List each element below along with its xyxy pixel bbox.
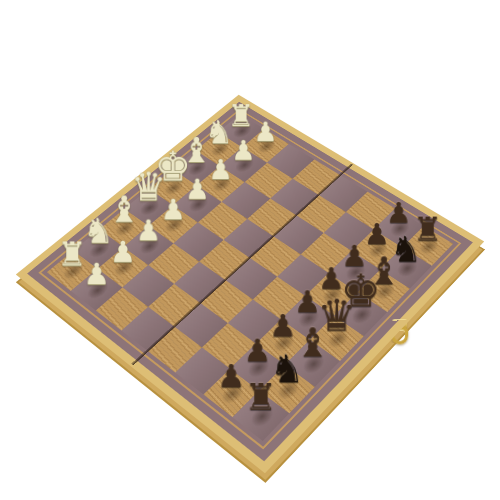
square-a8[interactable]: ♜ xyxy=(233,391,290,441)
black-rook: ♜ xyxy=(236,379,285,416)
square-a2[interactable]: ♟ xyxy=(71,269,123,311)
clasp-ring xyxy=(392,326,409,344)
board-grid: ♜♞♝♛♚♝♞♜♟♟♟♟♟♟♟♟♟♟♟♟♟♟♟♟♜♞♝♛♚♝♞♜ xyxy=(47,114,453,441)
board-frame: ♜♞♝♛♚♝♞♜♟♟♟♟♟♟♟♟♟♟♟♟♟♟♟♟♜♞♝♛♚♝♞♜ xyxy=(16,95,484,473)
chess-set-photo: ♜♞♝♛♚♝♞♜♟♟♟♟♟♟♟♟♟♟♟♟♟♟♟♟♜♞♝♛♚♝♞♜ xyxy=(0,0,500,500)
white-pawn: ♟ xyxy=(74,260,119,289)
